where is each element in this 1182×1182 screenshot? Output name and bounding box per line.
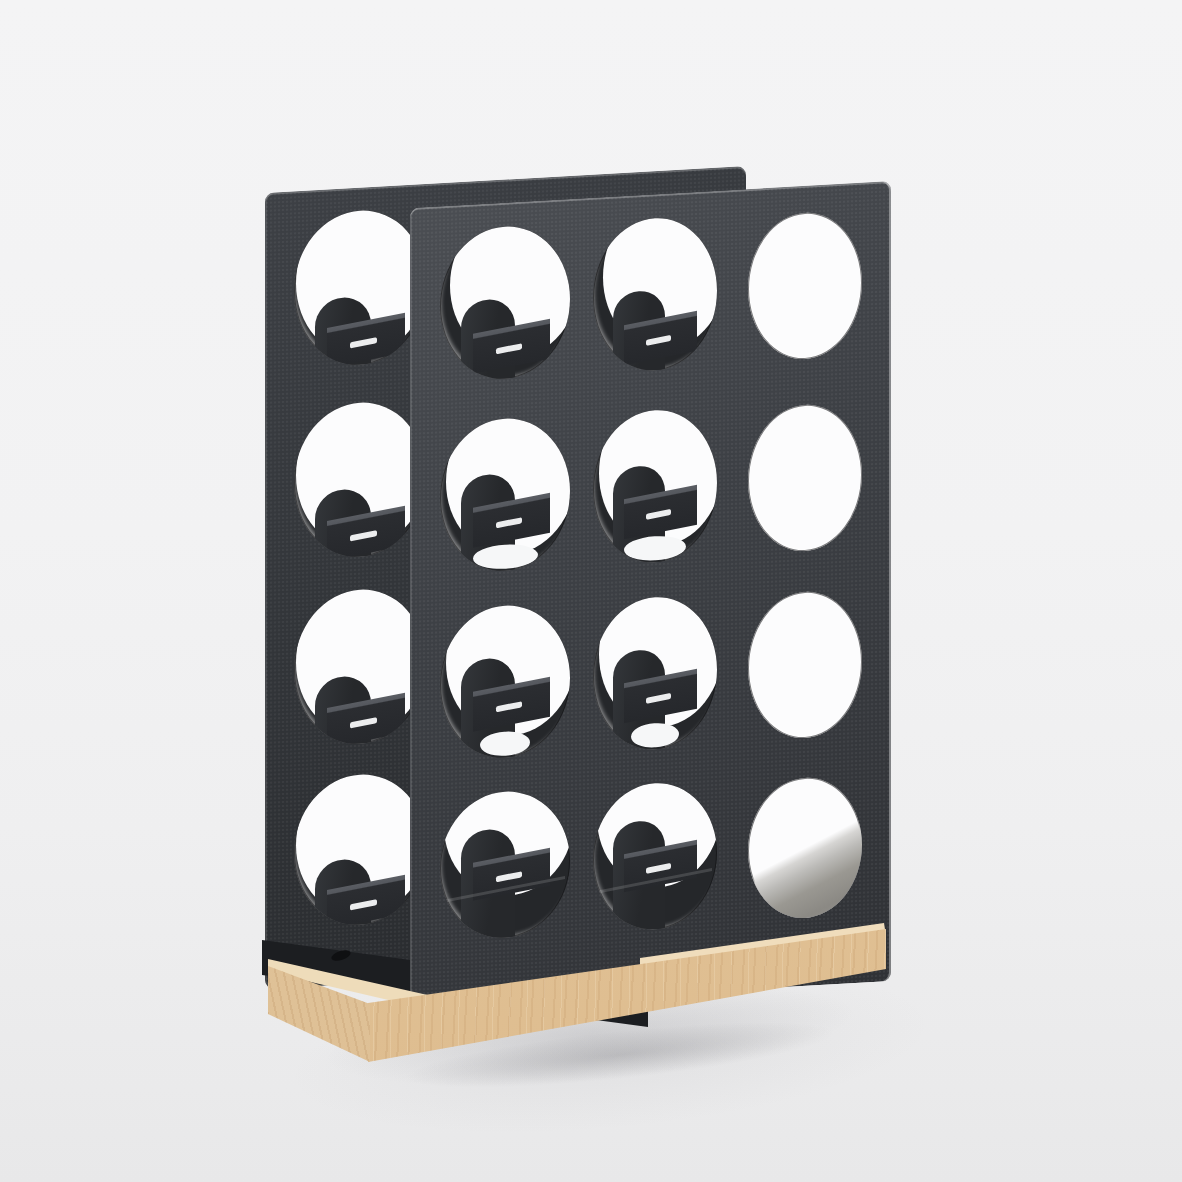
cell-r2c3 [730,379,880,577]
front-hole-r4c1 [440,788,570,941]
cell-r4c1 [430,769,580,958]
jar-clip-slit [496,343,522,354]
jar-clip-slit [496,871,522,882]
back-hole-r2c1 [294,399,426,560]
back-hole-r3c1 [294,586,426,747]
jar-clip-slit [350,338,376,349]
jar-clip-slit [646,509,671,520]
jar-clip-slit [350,717,376,728]
front-panel-hole-grid [410,181,891,960]
jar-clip-slit [646,335,671,346]
jar-clip-slit [350,898,376,909]
floor-reflection [748,774,862,920]
cell-r4c3 [730,753,880,942]
front-hole-r3c1 [440,602,570,761]
jar-clip-slit [350,530,376,541]
front-hole-r1c1 [440,223,570,382]
light-gap [631,722,678,749]
cell-r1c2 [580,192,730,395]
back-hole-r1c1 [294,206,426,367]
cell-r1c1 [430,200,580,403]
cell-r3c2 [580,577,730,769]
front-hole-r2c3 [748,402,862,554]
jar-clip-slit [646,863,671,874]
back-hole-r4c1 [294,770,426,927]
front-hole-r1c2 [593,214,717,373]
front-hole-r1c3 [748,209,862,361]
front-hole-r4c2 [593,779,717,932]
front-panel [410,181,891,1008]
jar-clip-slit [646,693,671,704]
jar-clip-slit [496,701,522,712]
light-gap [480,730,529,757]
front-hole-r4c3 [748,774,862,920]
cell-r1c3 [730,184,880,387]
front-hole-r2c2 [593,407,717,566]
cell-r3c3 [730,569,880,761]
cell-r2c1 [430,395,580,593]
front-hole-r3c3 [748,589,862,741]
front-hole-r2c1 [440,415,570,574]
cell-r3c1 [430,585,580,777]
scene [0,0,1182,1182]
jar-clip-slit [496,517,522,528]
cell-r2c2 [580,387,730,585]
cell-r4c2 [580,761,730,950]
front-hole-r3c2 [593,594,717,753]
